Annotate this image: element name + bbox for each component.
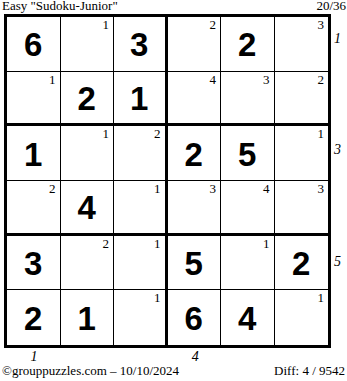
corner-hint: 1 (154, 291, 161, 305)
cell-r4c5[interactable]: 4 (221, 181, 275, 236)
corner-hint: 1 (103, 18, 110, 32)
cell-r5c1: 3 (7, 236, 61, 291)
cell-r4c6[interactable]: 3 (275, 181, 329, 236)
given-digit: 6 (24, 28, 42, 61)
cell-r4c4[interactable]: 3 (168, 181, 222, 236)
row-marker-5: 5 (334, 255, 341, 269)
row-marker-3: 3 (334, 143, 341, 157)
given-digit: 2 (24, 302, 42, 335)
cell-r5c5[interactable]: 1 (221, 236, 275, 291)
given-digit: 1 (78, 302, 96, 335)
cell-r6c1: 2 (7, 290, 61, 345)
cell-r1c3: 3 (114, 17, 168, 72)
board: 613223121432112251241343321512211641 (4, 14, 331, 348)
corner-hint: 1 (154, 182, 161, 196)
corner-hint: 2 (154, 127, 161, 141)
cell-r2c3: 1 (114, 72, 168, 127)
cell-r2c1[interactable]: 1 (7, 72, 61, 127)
cell-r6c2: 1 (61, 290, 115, 345)
corner-hint: 4 (210, 73, 217, 87)
corner-hint: 1 (263, 237, 270, 251)
corner-hint: 2 (103, 237, 110, 251)
cell-r1c1: 6 (7, 17, 61, 72)
cell-r6c4: 6 (168, 290, 222, 345)
cell-r1c6[interactable]: 3 (275, 17, 329, 72)
given-digit: 4 (238, 302, 256, 335)
corner-hint: 1 (49, 73, 56, 87)
cell-r2c6[interactable]: 2 (275, 72, 329, 127)
cell-r2c5[interactable]: 3 (221, 72, 275, 127)
corner-hint: 1 (318, 291, 325, 305)
empty-cells-counter: 20/36 (316, 0, 346, 14)
corner-hint: 2 (318, 73, 325, 87)
puzzle-title: Easy "Sudoku-Junior" (2, 0, 118, 14)
cell-r2c2: 2 (61, 72, 115, 127)
given-digit: 2 (78, 82, 96, 115)
cell-r1c4[interactable]: 2 (168, 17, 222, 72)
given-digit: 1 (24, 138, 42, 171)
cell-r3c3[interactable]: 2 (114, 126, 168, 181)
given-digit: 3 (24, 247, 42, 280)
given-digit: 4 (78, 191, 96, 224)
col-marker-1: 1 (30, 350, 37, 364)
given-digit: 5 (238, 138, 256, 171)
cell-r4c1[interactable]: 2 (7, 181, 61, 236)
cell-r1c5: 2 (221, 17, 275, 72)
given-digit: 5 (185, 247, 203, 280)
row-marker-1: 1 (334, 32, 341, 46)
corner-hint: 1 (103, 127, 110, 141)
given-digit: 2 (292, 247, 310, 280)
corner-hint: 1 (154, 237, 161, 251)
corner-hint: 3 (318, 18, 325, 32)
cell-r4c2: 4 (61, 181, 115, 236)
col-marker-4: 4 (192, 350, 199, 364)
corner-hint: 3 (263, 73, 270, 87)
given-digit: 2 (185, 138, 203, 171)
cell-r6c3[interactable]: 1 (114, 290, 168, 345)
copyright-date: ©grouppuzzles.com – 10/10/2024 (2, 363, 179, 379)
corner-hint: 2 (210, 18, 217, 32)
cell-r3c1: 1 (7, 126, 61, 181)
cell-r3c6[interactable]: 1 (275, 126, 329, 181)
difficulty-id: Diff: 4 / 9542 (274, 363, 345, 379)
puzzle-page: Easy "Sudoku-Junior" 20/36 6132231214321… (0, 0, 347, 381)
given-digit: 6 (185, 302, 203, 335)
given-digit: 3 (130, 28, 148, 61)
given-digit: 1 (130, 82, 148, 115)
cell-r1c2[interactable]: 1 (61, 17, 115, 72)
cell-r3c5: 5 (221, 126, 275, 181)
cell-r2c4[interactable]: 4 (168, 72, 222, 127)
cell-r6c6[interactable]: 1 (275, 290, 329, 345)
corner-hint: 1 (318, 127, 325, 141)
given-digit: 2 (238, 28, 256, 61)
corner-hint: 3 (210, 182, 217, 196)
cell-r5c6: 2 (275, 236, 329, 291)
cell-r5c3[interactable]: 1 (114, 236, 168, 291)
corner-hint: 2 (49, 182, 56, 196)
cell-r4c3[interactable]: 1 (114, 181, 168, 236)
cell-r3c4: 2 (168, 126, 222, 181)
cell-r5c4: 5 (168, 236, 222, 291)
cell-r3c2[interactable]: 1 (61, 126, 115, 181)
corner-hint: 4 (263, 182, 270, 196)
corner-hint: 3 (318, 182, 325, 196)
cell-r6c5: 4 (221, 290, 275, 345)
cell-r5c2[interactable]: 2 (61, 236, 115, 291)
